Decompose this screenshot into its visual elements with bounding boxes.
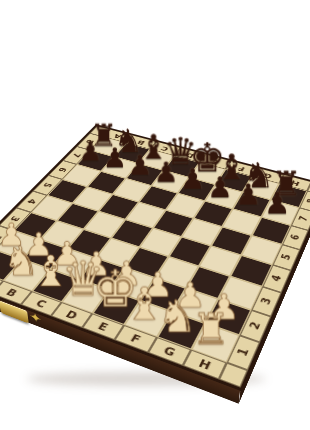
chess-set-photo: ABCDEFGH8877665544332211ABCDEFGH ✦ ♜♞♝♛♚…	[0, 0, 310, 430]
chess-set: ABCDEFGH8877665544332211ABCDEFGH ✦ ♜♞♝♛♚…	[0, 126, 310, 388]
scene: ABCDEFGH8877665544332211ABCDEFGH ✦ ♜♞♝♛♚…	[0, 0, 310, 430]
clasp-star-icon: ✦	[29, 309, 43, 328]
chess-board: ABCDEFGH8877665544332211ABCDEFGH	[0, 126, 310, 388]
